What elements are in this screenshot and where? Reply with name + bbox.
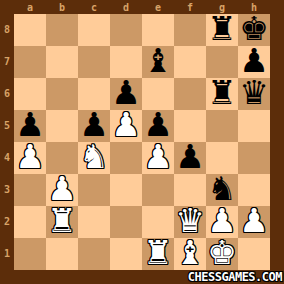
square-d4[interactable] — [110, 142, 142, 174]
rank-label-1: 1 — [0, 238, 14, 270]
file-label-e: e — [142, 0, 174, 15]
square-c8[interactable] — [78, 14, 110, 46]
square-b8[interactable] — [46, 14, 78, 46]
square-d1[interactable] — [110, 238, 142, 270]
square-e7[interactable]: ♝ — [142, 46, 174, 78]
square-c2[interactable] — [78, 206, 110, 238]
rank-label-7: 7 — [0, 46, 14, 78]
piece-black-rook[interactable]: ♜ — [207, 77, 237, 109]
square-d8[interactable] — [110, 14, 142, 46]
rank-label-6: 6 — [0, 78, 14, 110]
rank-label-2: 2 — [0, 206, 14, 238]
square-e1[interactable]: ♜ — [142, 238, 174, 270]
piece-white-rook[interactable]: ♜ — [143, 237, 173, 269]
piece-black-queen[interactable]: ♛ — [239, 77, 269, 109]
square-b6[interactable] — [46, 78, 78, 110]
piece-white-pawn[interactable]: ♟ — [15, 141, 45, 173]
square-h2[interactable]: ♟ — [238, 206, 270, 238]
square-g5[interactable] — [206, 110, 238, 142]
square-a8[interactable] — [14, 14, 46, 46]
square-h6[interactable]: ♛ — [238, 78, 270, 110]
square-h1[interactable] — [238, 238, 270, 270]
piece-white-king[interactable]: ♚ — [207, 237, 237, 269]
chess-board: ♜♚♝♟♟♜♛♟♟♟♟♟♞♟♟♟♞♜♛♟♟♜♝♚ — [14, 14, 270, 270]
rank-label-4: 4 — [0, 142, 14, 174]
file-label-d: d — [110, 0, 142, 15]
square-e3[interactable] — [142, 174, 174, 206]
square-h4[interactable] — [238, 142, 270, 174]
piece-white-pawn[interactable]: ♟ — [143, 141, 173, 173]
square-b2[interactable]: ♜ — [46, 206, 78, 238]
square-a2[interactable] — [14, 206, 46, 238]
square-f7[interactable] — [174, 46, 206, 78]
square-c7[interactable] — [78, 46, 110, 78]
chessgames-watermark: CHESSGAMES.COM — [188, 270, 282, 284]
piece-white-rook[interactable]: ♜ — [47, 205, 77, 237]
rank-label-3: 3 — [0, 174, 14, 206]
square-b1[interactable] — [46, 238, 78, 270]
square-d3[interactable] — [110, 174, 142, 206]
square-a3[interactable] — [14, 174, 46, 206]
square-b7[interactable] — [46, 46, 78, 78]
square-a7[interactable] — [14, 46, 46, 78]
rank-labels: 87654321 — [0, 14, 14, 270]
rank-label-8: 8 — [0, 14, 14, 46]
square-g1[interactable]: ♚ — [206, 238, 238, 270]
file-label-c: c — [78, 0, 110, 15]
square-f1[interactable]: ♝ — [174, 238, 206, 270]
square-a1[interactable] — [14, 238, 46, 270]
square-c3[interactable] — [78, 174, 110, 206]
piece-white-bishop[interactable]: ♝ — [175, 237, 205, 269]
square-a4[interactable]: ♟ — [14, 142, 46, 174]
file-label-a: a — [14, 0, 46, 15]
file-label-b: b — [46, 0, 78, 15]
square-d5[interactable]: ♟ — [110, 110, 142, 142]
chess-board-frame: abcdefgh 87654321 ♜♚♝♟♟♜♛♟♟♟♟♟♞♟♟♟♞♜♛♟♟♜… — [0, 0, 284, 284]
file-label-f: f — [174, 0, 206, 15]
square-e4[interactable]: ♟ — [142, 142, 174, 174]
piece-black-rook[interactable]: ♜ — [207, 13, 237, 45]
rank-label-5: 5 — [0, 110, 14, 142]
piece-white-pawn[interactable]: ♟ — [239, 205, 269, 237]
piece-white-knight[interactable]: ♞ — [79, 141, 109, 173]
square-g8[interactable]: ♜ — [206, 14, 238, 46]
piece-black-bishop[interactable]: ♝ — [143, 45, 173, 77]
square-f4[interactable]: ♟ — [174, 142, 206, 174]
square-d2[interactable] — [110, 206, 142, 238]
piece-black-pawn[interactable]: ♟ — [175, 141, 205, 173]
square-c4[interactable]: ♞ — [78, 142, 110, 174]
square-f6[interactable] — [174, 78, 206, 110]
square-h5[interactable] — [238, 110, 270, 142]
square-g6[interactable]: ♜ — [206, 78, 238, 110]
square-c1[interactable] — [78, 238, 110, 270]
square-b5[interactable] — [46, 110, 78, 142]
piece-white-pawn[interactable]: ♟ — [111, 109, 141, 141]
square-f8[interactable] — [174, 14, 206, 46]
